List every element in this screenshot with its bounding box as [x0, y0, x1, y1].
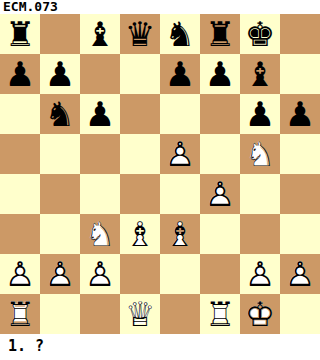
white-pawn[interactable]: ♟♙: [240, 254, 280, 294]
white-pawn[interactable]: ♟♙: [200, 174, 240, 214]
square-e7[interactable]: ♟: [160, 54, 200, 94]
square-f7[interactable]: ♟: [200, 54, 240, 94]
square-g4[interactable]: [240, 174, 280, 214]
square-g3[interactable]: [240, 214, 280, 254]
square-e5[interactable]: ♟♙: [160, 134, 200, 174]
square-a8[interactable]: ♜: [0, 14, 40, 54]
white-rook[interactable]: ♜♖: [200, 294, 240, 334]
white-pawn[interactable]: ♟♙: [40, 254, 80, 294]
square-b3[interactable]: [40, 214, 80, 254]
piece-glyph: ♜: [0, 14, 40, 54]
square-f2[interactable]: [200, 254, 240, 294]
square-a4[interactable]: [0, 174, 40, 214]
square-c5[interactable]: [80, 134, 120, 174]
square-d7[interactable]: [120, 54, 160, 94]
white-rook[interactable]: ♜♖: [0, 294, 40, 334]
square-h2[interactable]: ♟♙: [280, 254, 320, 294]
piece-outline: ♔: [240, 294, 280, 334]
piece-outline: ♘: [80, 214, 120, 254]
black-pawn[interactable]: ♟: [240, 94, 280, 134]
piece-outline: ♙: [40, 254, 80, 294]
move-prompt: 1. ?: [0, 334, 320, 360]
square-b7[interactable]: ♟: [40, 54, 80, 94]
white-bishop[interactable]: ♝♗: [120, 214, 160, 254]
piece-outline: ♙: [200, 174, 240, 214]
black-pawn[interactable]: ♟: [40, 54, 80, 94]
black-rook[interactable]: ♜: [0, 14, 40, 54]
piece-outline: ♖: [0, 294, 40, 334]
diagram-title: ECM.073: [0, 0, 320, 14]
piece-outline: ♗: [160, 214, 200, 254]
white-pawn[interactable]: ♟♙: [0, 254, 40, 294]
square-h1[interactable]: [280, 294, 320, 334]
white-knight[interactable]: ♞♘: [80, 214, 120, 254]
square-d5[interactable]: [120, 134, 160, 174]
square-h6[interactable]: ♟: [280, 94, 320, 134]
square-a2[interactable]: ♟♙: [0, 254, 40, 294]
black-rook[interactable]: ♜: [200, 14, 240, 54]
square-e6[interactable]: [160, 94, 200, 134]
black-pawn[interactable]: ♟: [80, 94, 120, 134]
white-queen[interactable]: ♛♕: [120, 294, 160, 334]
square-h3[interactable]: [280, 214, 320, 254]
piece-outline: ♙: [80, 254, 120, 294]
piece-glyph: ♟: [240, 94, 280, 134]
piece-glyph: ♟: [200, 54, 240, 94]
piece-glyph: ♜: [200, 14, 240, 54]
piece-outline: ♙: [240, 254, 280, 294]
piece-glyph: ♞: [40, 94, 80, 134]
square-h8[interactable]: [280, 14, 320, 54]
black-queen[interactable]: ♛: [120, 14, 160, 54]
square-b5[interactable]: [40, 134, 80, 174]
square-a1[interactable]: ♜♖: [0, 294, 40, 334]
white-king[interactable]: ♚♔: [240, 294, 280, 334]
square-g7[interactable]: ♝: [240, 54, 280, 94]
square-e1[interactable]: [160, 294, 200, 334]
square-g5[interactable]: ♞♘: [240, 134, 280, 174]
square-g2[interactable]: ♟♙: [240, 254, 280, 294]
square-b4[interactable]: [40, 174, 80, 214]
piece-glyph: ♚: [240, 14, 280, 54]
square-d3[interactable]: ♝♗: [120, 214, 160, 254]
square-d1[interactable]: ♛♕: [120, 294, 160, 334]
chess-board: ♜♝♛♞♜♚♟♟♟♟♝♞♟♟♟♟♙♞♘♟♙♞♘♝♗♝♗♟♙♟♙♟♙♟♙♟♙♜♖♛…: [0, 14, 320, 334]
square-d6[interactable]: [120, 94, 160, 134]
square-f1[interactable]: ♜♖: [200, 294, 240, 334]
square-f8[interactable]: ♜: [200, 14, 240, 54]
black-pawn[interactable]: ♟: [0, 54, 40, 94]
piece-outline: ♙: [280, 254, 320, 294]
piece-outline: ♙: [160, 134, 200, 174]
square-g1[interactable]: ♚♔: [240, 294, 280, 334]
piece-glyph: ♝: [240, 54, 280, 94]
square-e3[interactable]: ♝♗: [160, 214, 200, 254]
square-f3[interactable]: [200, 214, 240, 254]
white-knight[interactable]: ♞♘: [240, 134, 280, 174]
square-b2[interactable]: ♟♙: [40, 254, 80, 294]
square-c4[interactable]: [80, 174, 120, 214]
square-c3[interactable]: ♞♘: [80, 214, 120, 254]
square-e8[interactable]: ♞: [160, 14, 200, 54]
square-d4[interactable]: [120, 174, 160, 214]
square-a7[interactable]: ♟: [0, 54, 40, 94]
black-pawn[interactable]: ♟: [200, 54, 240, 94]
piece-outline: ♙: [0, 254, 40, 294]
black-knight[interactable]: ♞: [160, 14, 200, 54]
piece-glyph: ♟: [280, 94, 320, 134]
square-g6[interactable]: ♟: [240, 94, 280, 134]
white-pawn[interactable]: ♟♙: [80, 254, 120, 294]
square-d8[interactable]: ♛: [120, 14, 160, 54]
square-a3[interactable]: [0, 214, 40, 254]
square-f4[interactable]: ♟♙: [200, 174, 240, 214]
square-b6[interactable]: ♞: [40, 94, 80, 134]
black-bishop[interactable]: ♝: [80, 14, 120, 54]
white-pawn[interactable]: ♟♙: [280, 254, 320, 294]
piece-glyph: ♝: [80, 14, 120, 54]
square-f6[interactable]: [200, 94, 240, 134]
square-e2[interactable]: [160, 254, 200, 294]
piece-glyph: ♟: [80, 94, 120, 134]
square-c8[interactable]: ♝: [80, 14, 120, 54]
square-d2[interactable]: [120, 254, 160, 294]
piece-glyph: ♛: [120, 14, 160, 54]
piece-outline: ♕: [120, 294, 160, 334]
square-c1[interactable]: [80, 294, 120, 334]
white-bishop[interactable]: ♝♗: [160, 214, 200, 254]
black-knight[interactable]: ♞: [40, 94, 80, 134]
black-pawn[interactable]: ♟: [280, 94, 320, 134]
square-a6[interactable]: [0, 94, 40, 134]
square-f5[interactable]: [200, 134, 240, 174]
square-b8[interactable]: [40, 14, 80, 54]
square-h4[interactable]: [280, 174, 320, 214]
piece-outline: ♘: [240, 134, 280, 174]
piece-outline: ♖: [200, 294, 240, 334]
square-a5[interactable]: [0, 134, 40, 174]
black-pawn[interactable]: ♟: [160, 54, 200, 94]
piece-glyph: ♞: [160, 14, 200, 54]
square-c7[interactable]: [80, 54, 120, 94]
square-h5[interactable]: [280, 134, 320, 174]
white-pawn[interactable]: ♟♙: [160, 134, 200, 174]
square-e4[interactable]: [160, 174, 200, 214]
black-king[interactable]: ♚: [240, 14, 280, 54]
piece-glyph: ♟: [40, 54, 80, 94]
square-c2[interactable]: ♟♙: [80, 254, 120, 294]
square-c6[interactable]: ♟: [80, 94, 120, 134]
piece-glyph: ♟: [0, 54, 40, 94]
square-g8[interactable]: ♚: [240, 14, 280, 54]
square-b1[interactable]: [40, 294, 80, 334]
piece-glyph: ♟: [160, 54, 200, 94]
piece-outline: ♗: [120, 214, 160, 254]
square-h7[interactable]: [280, 54, 320, 94]
black-bishop[interactable]: ♝: [240, 54, 280, 94]
